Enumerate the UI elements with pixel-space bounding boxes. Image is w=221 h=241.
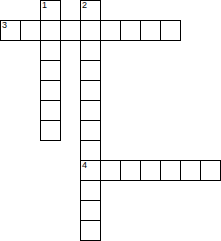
crossword-cell-r1c4[interactable]: [80, 20, 101, 41]
crossword-cell-r8c8[interactable]: [160, 160, 181, 181]
crossword-cell-r5c2[interactable]: [40, 100, 61, 121]
crossword-cell-r8c10[interactable]: [200, 160, 221, 181]
crossword-cell-r1c2[interactable]: [40, 20, 61, 41]
crossword-cell-r1c3[interactable]: [60, 20, 81, 41]
crossword-cell-r1c6[interactable]: [120, 20, 141, 41]
crossword-cell-r5c4[interactable]: [80, 100, 101, 121]
crossword-cell-r10c4[interactable]: [80, 200, 101, 221]
crossword-cell-r6c2[interactable]: [40, 120, 61, 141]
crossword-cell-r0c4[interactable]: [80, 0, 101, 21]
crossword-cell-r2c2[interactable]: [40, 40, 61, 61]
crossword-cell-r8c7[interactable]: [140, 160, 161, 181]
crossword-cell-r4c2[interactable]: [40, 80, 61, 101]
crossword-cell-r8c5[interactable]: [100, 160, 121, 181]
crossword-cell-r1c7[interactable]: [140, 20, 161, 41]
crossword-cell-r9c4[interactable]: [80, 180, 101, 201]
crossword-board: 1234: [0, 0, 221, 241]
crossword-cell-r6c4[interactable]: [80, 120, 101, 141]
crossword-cell-r8c9[interactable]: [180, 160, 201, 181]
crossword-cell-r1c5[interactable]: [100, 20, 121, 41]
crossword-cell-r3c2[interactable]: [40, 60, 61, 81]
crossword-cell-r0c2[interactable]: [40, 0, 61, 21]
crossword-cell-r1c0[interactable]: [0, 20, 21, 41]
crossword-cell-r11c4[interactable]: [80, 220, 101, 241]
crossword-cell-r8c6[interactable]: [120, 160, 141, 181]
crossword-cell-r3c4[interactable]: [80, 60, 101, 81]
crossword-cell-r7c4[interactable]: [80, 140, 101, 161]
crossword-cell-r4c4[interactable]: [80, 80, 101, 101]
crossword-cell-r1c1[interactable]: [20, 20, 41, 41]
crossword-cell-r2c4[interactable]: [80, 40, 101, 61]
crossword-cell-r1c8[interactable]: [160, 20, 181, 41]
crossword-cell-r8c4[interactable]: [80, 160, 101, 181]
